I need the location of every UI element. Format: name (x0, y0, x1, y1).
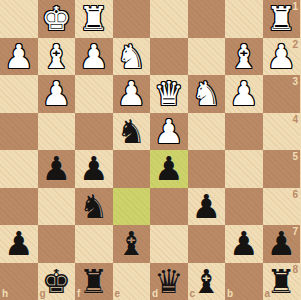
square-a6[interactable]: 6 (263, 188, 301, 226)
square-f4[interactable] (75, 113, 113, 151)
white-pawn-e3[interactable]: ♟ (116, 75, 146, 113)
file-label-b: b (227, 289, 233, 299)
square-a2[interactable]: 2♟ (263, 38, 301, 76)
square-d2[interactable] (150, 38, 188, 76)
black-pawn-a7[interactable]: ♟ (266, 225, 296, 263)
square-c6[interactable]: ♟ (188, 188, 226, 226)
square-c8[interactable]: c♝ (188, 263, 226, 300)
square-h3[interactable] (0, 75, 38, 113)
square-e8[interactable]: e (113, 263, 151, 300)
square-b6[interactable] (225, 188, 263, 226)
square-g1[interactable]: ♚ (38, 0, 76, 38)
square-d1[interactable] (150, 0, 188, 38)
square-b1[interactable] (225, 0, 263, 38)
square-b3[interactable]: ♟ (225, 75, 263, 113)
square-c4[interactable] (188, 113, 226, 151)
square-f1[interactable]: ♜ (75, 0, 113, 38)
rank-label-6: 6 (292, 190, 298, 200)
white-pawn-h2[interactable]: ♟ (4, 38, 34, 76)
black-bishop-e7[interactable]: ♝ (116, 225, 146, 263)
square-h6[interactable] (0, 188, 38, 226)
square-g6[interactable] (38, 188, 76, 226)
square-h5[interactable] (0, 150, 38, 188)
black-pawn-d5[interactable]: ♟ (154, 150, 184, 188)
square-d7[interactable] (150, 225, 188, 263)
square-f6[interactable]: ♞ (75, 188, 113, 226)
square-a3[interactable]: 3 (263, 75, 301, 113)
white-pawn-d4[interactable]: ♟ (154, 113, 184, 151)
square-d8[interactable]: d♛ (150, 263, 188, 300)
square-f3[interactable] (75, 75, 113, 113)
square-g3[interactable]: ♟ (38, 75, 76, 113)
square-d5[interactable]: ♟ (150, 150, 188, 188)
white-rook-a1[interactable]: ♜ (266, 0, 296, 38)
rank-label-3: 3 (292, 77, 298, 87)
white-pawn-f2[interactable]: ♟ (79, 38, 109, 76)
file-label-e: e (115, 289, 121, 299)
square-g2[interactable]: ♝ (38, 38, 76, 76)
rank-label-5: 5 (292, 152, 298, 162)
white-pawn-a2[interactable]: ♟ (266, 38, 296, 76)
square-c2[interactable] (188, 38, 226, 76)
black-bishop-c8[interactable]: ♝ (191, 263, 221, 300)
square-c7[interactable] (188, 225, 226, 263)
square-b5[interactable] (225, 150, 263, 188)
white-bishop-g2[interactable]: ♝ (41, 38, 71, 76)
black-knight-f6[interactable]: ♞ (79, 188, 109, 226)
white-rook-f1[interactable]: ♜ (79, 0, 109, 38)
square-f2[interactable]: ♟ (75, 38, 113, 76)
square-d3[interactable]: ♛ (150, 75, 188, 113)
square-c3[interactable]: ♞ (188, 75, 226, 113)
square-a4[interactable]: 4 (263, 113, 301, 151)
white-pawn-b3[interactable]: ♟ (229, 75, 259, 113)
white-knight-e2[interactable]: ♞ (116, 38, 146, 76)
square-b8[interactable]: b (225, 263, 263, 300)
rank-label-4: 4 (292, 115, 298, 125)
square-g7[interactable] (38, 225, 76, 263)
square-d4[interactable]: ♟ (150, 113, 188, 151)
square-b7[interactable]: ♟ (225, 225, 263, 263)
square-e3[interactable]: ♟ (113, 75, 151, 113)
square-b2[interactable]: ♝ (225, 38, 263, 76)
square-h7[interactable]: ♟ (0, 225, 38, 263)
square-g4[interactable] (38, 113, 76, 151)
square-e5[interactable] (113, 150, 151, 188)
black-pawn-f5[interactable]: ♟ (79, 150, 109, 188)
black-rook-a8[interactable]: ♜ (266, 263, 296, 300)
square-c5[interactable] (188, 150, 226, 188)
black-pawn-g5[interactable]: ♟ (41, 150, 71, 188)
square-b4[interactable] (225, 113, 263, 151)
square-e6[interactable] (113, 188, 151, 226)
white-queen-d3[interactable]: ♛ (154, 75, 184, 113)
square-h1[interactable] (0, 0, 38, 38)
square-a7[interactable]: 7♟ (263, 225, 301, 263)
black-pawn-h7[interactable]: ♟ (4, 225, 34, 263)
white-pawn-g3[interactable]: ♟ (41, 75, 71, 113)
square-f7[interactable] (75, 225, 113, 263)
square-c1[interactable] (188, 0, 226, 38)
square-d6[interactable] (150, 188, 188, 226)
square-e2[interactable]: ♞ (113, 38, 151, 76)
chess-board: ♚♜1♜♟♝♟♞♝2♟♟♟♛♞♟3♞♟4♟♟♟5♞♟6♟♝♟7♟hg♚f♜ed♛… (0, 0, 300, 300)
square-a1[interactable]: 1♜ (263, 0, 301, 38)
square-a5[interactable]: 5 (263, 150, 301, 188)
square-h2[interactable]: ♟ (0, 38, 38, 76)
black-queen-d8[interactable]: ♛ (154, 263, 184, 300)
black-rook-f8[interactable]: ♜ (79, 263, 109, 300)
black-pawn-c6[interactable]: ♟ (191, 188, 221, 226)
square-f8[interactable]: f♜ (75, 263, 113, 300)
square-f5[interactable]: ♟ (75, 150, 113, 188)
black-knight-e4[interactable]: ♞ (116, 113, 146, 151)
file-label-h: h (2, 289, 8, 299)
white-king-g1[interactable]: ♚ (41, 0, 71, 38)
square-g5[interactable]: ♟ (38, 150, 76, 188)
square-a8[interactable]: 8a♜ (263, 263, 301, 300)
square-e1[interactable] (113, 0, 151, 38)
black-pawn-b7[interactable]: ♟ (229, 225, 259, 263)
square-e7[interactable]: ♝ (113, 225, 151, 263)
square-h8[interactable]: h (0, 263, 38, 300)
square-h4[interactable] (0, 113, 38, 151)
white-knight-c3[interactable]: ♞ (191, 75, 221, 113)
square-g8[interactable]: g♚ (38, 263, 76, 300)
black-king-g8[interactable]: ♚ (41, 263, 71, 300)
white-bishop-b2[interactable]: ♝ (229, 38, 259, 76)
square-e4[interactable]: ♞ (113, 113, 151, 151)
